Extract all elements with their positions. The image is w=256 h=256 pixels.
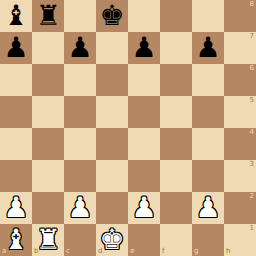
square-c2[interactable]: ♟ xyxy=(64,192,96,224)
square-f4[interactable] xyxy=(160,128,192,160)
piece-white-pawn[interactable]: ♟ xyxy=(0,192,32,224)
square-a3[interactable] xyxy=(0,160,32,192)
square-d8[interactable]: ♚ xyxy=(96,0,128,32)
square-g1[interactable]: g xyxy=(192,224,224,256)
file-label-g: g xyxy=(194,248,198,255)
file-label-h: h xyxy=(226,248,230,255)
square-e6[interactable] xyxy=(128,64,160,96)
file-label-e: e xyxy=(130,248,134,255)
square-h4[interactable]: 4 xyxy=(224,128,256,160)
square-h3[interactable]: 3 xyxy=(224,160,256,192)
square-e7[interactable]: ♟ xyxy=(128,32,160,64)
square-h1[interactable]: 1h xyxy=(224,224,256,256)
square-g8[interactable] xyxy=(192,0,224,32)
square-f2[interactable] xyxy=(160,192,192,224)
square-h8[interactable]: 8 xyxy=(224,0,256,32)
square-h5[interactable]: 5 xyxy=(224,96,256,128)
square-f3[interactable] xyxy=(160,160,192,192)
square-f8[interactable] xyxy=(160,0,192,32)
square-a4[interactable] xyxy=(0,128,32,160)
square-c3[interactable] xyxy=(64,160,96,192)
rank-label-8: 8 xyxy=(250,1,254,8)
piece-black-pawn[interactable]: ♟ xyxy=(192,32,224,64)
square-g5[interactable] xyxy=(192,96,224,128)
square-h7[interactable]: 7 xyxy=(224,32,256,64)
square-h2[interactable]: 2 xyxy=(224,192,256,224)
square-c1[interactable]: c xyxy=(64,224,96,256)
square-g2[interactable]: ♟ xyxy=(192,192,224,224)
piece-black-pawn[interactable]: ♟ xyxy=(128,32,160,64)
square-g7[interactable]: ♟ xyxy=(192,32,224,64)
square-e1[interactable]: e xyxy=(128,224,160,256)
piece-black-bishop[interactable]: ♝ xyxy=(0,0,32,32)
square-c6[interactable] xyxy=(64,64,96,96)
square-b8[interactable]: ♜ xyxy=(32,0,64,32)
square-a5[interactable] xyxy=(0,96,32,128)
file-label-f: f xyxy=(162,248,164,255)
square-b7[interactable] xyxy=(32,32,64,64)
square-e4[interactable] xyxy=(128,128,160,160)
square-a1[interactable]: ♝a xyxy=(0,224,32,256)
square-f5[interactable] xyxy=(160,96,192,128)
rank-label-7: 7 xyxy=(250,33,254,40)
square-c5[interactable] xyxy=(64,96,96,128)
square-e5[interactable] xyxy=(128,96,160,128)
piece-black-pawn[interactable]: ♟ xyxy=(0,32,32,64)
square-c7[interactable]: ♟ xyxy=(64,32,96,64)
square-b6[interactable] xyxy=(32,64,64,96)
rank-label-3: 3 xyxy=(250,161,254,168)
square-d6[interactable] xyxy=(96,64,128,96)
square-f6[interactable] xyxy=(160,64,192,96)
square-d5[interactable] xyxy=(96,96,128,128)
square-a8[interactable]: ♝ xyxy=(0,0,32,32)
square-b3[interactable] xyxy=(32,160,64,192)
square-d7[interactable] xyxy=(96,32,128,64)
square-b4[interactable] xyxy=(32,128,64,160)
file-label-c: c xyxy=(66,248,70,255)
square-f1[interactable]: f xyxy=(160,224,192,256)
square-d3[interactable] xyxy=(96,160,128,192)
piece-white-pawn[interactable]: ♟ xyxy=(128,192,160,224)
square-e8[interactable] xyxy=(128,0,160,32)
piece-white-pawn[interactable]: ♟ xyxy=(64,192,96,224)
square-b1[interactable]: ♜b xyxy=(32,224,64,256)
piece-white-bishop[interactable]: ♝ xyxy=(0,224,32,256)
square-e3[interactable] xyxy=(128,160,160,192)
square-b5[interactable] xyxy=(32,96,64,128)
square-a7[interactable]: ♟ xyxy=(0,32,32,64)
piece-black-king[interactable]: ♚ xyxy=(96,0,128,32)
square-h6[interactable]: 6 xyxy=(224,64,256,96)
piece-black-rook[interactable]: ♜ xyxy=(32,0,64,32)
square-d2[interactable] xyxy=(96,192,128,224)
piece-white-king[interactable]: ♚ xyxy=(96,224,128,256)
square-g4[interactable] xyxy=(192,128,224,160)
rank-label-4: 4 xyxy=(250,129,254,136)
rank-label-1: 1 xyxy=(250,225,254,232)
square-a2[interactable]: ♟ xyxy=(0,192,32,224)
square-g3[interactable] xyxy=(192,160,224,192)
rank-label-2: 2 xyxy=(250,193,254,200)
chess-board: ♝♜♚8♟♟♟♟76543♟♟♟♟2♝a♜bc♚defg1h xyxy=(0,0,256,256)
rank-label-5: 5 xyxy=(250,97,254,104)
square-a6[interactable] xyxy=(0,64,32,96)
square-e2[interactable]: ♟ xyxy=(128,192,160,224)
square-d1[interactable]: ♚d xyxy=(96,224,128,256)
piece-white-pawn[interactable]: ♟ xyxy=(192,192,224,224)
square-b2[interactable] xyxy=(32,192,64,224)
rank-label-6: 6 xyxy=(250,65,254,72)
square-g6[interactable] xyxy=(192,64,224,96)
square-f7[interactable] xyxy=(160,32,192,64)
square-d4[interactable] xyxy=(96,128,128,160)
piece-white-rook[interactable]: ♜ xyxy=(32,224,64,256)
square-c4[interactable] xyxy=(64,128,96,160)
piece-black-pawn[interactable]: ♟ xyxy=(64,32,96,64)
square-c8[interactable] xyxy=(64,0,96,32)
